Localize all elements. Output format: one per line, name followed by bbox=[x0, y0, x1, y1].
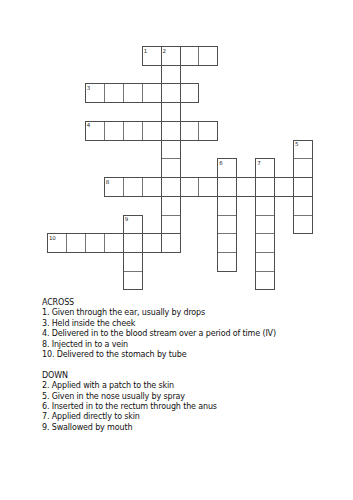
grid-cell[interactable] bbox=[217, 252, 237, 272]
grid-cell[interactable] bbox=[255, 252, 275, 272]
section-gap bbox=[42, 360, 342, 370]
crossword-grid: 12345678910 bbox=[0, 0, 353, 300]
grid-cell[interactable] bbox=[293, 140, 313, 160]
across-clues: 1. Given through the ear, usually by dro… bbox=[42, 308, 342, 360]
across-clue: 3. Held inside the cheek bbox=[42, 319, 342, 329]
grid-cell[interactable] bbox=[198, 46, 218, 66]
grid-cell[interactable] bbox=[198, 121, 218, 141]
grid-cell[interactable] bbox=[217, 177, 237, 197]
grid-cell[interactable] bbox=[217, 233, 237, 253]
grid-cell[interactable] bbox=[255, 271, 275, 291]
grid-cell[interactable] bbox=[142, 46, 162, 66]
grid-cell[interactable] bbox=[47, 233, 67, 253]
grid-cell[interactable] bbox=[123, 121, 143, 141]
grid-cell[interactable] bbox=[161, 83, 181, 103]
grid-cell[interactable] bbox=[293, 177, 313, 197]
down-clues: 2. Applied with a patch to the skin5. Gi… bbox=[42, 381, 342, 433]
grid-cell[interactable] bbox=[217, 196, 237, 216]
grid-cell[interactable] bbox=[236, 177, 256, 197]
across-clue: 10. Delivered to the stomach by tube bbox=[42, 350, 342, 360]
clue-list: ACROSS 1. Given through the ear, usually… bbox=[42, 298, 342, 433]
grid-cell[interactable] bbox=[85, 83, 105, 103]
grid-cell[interactable] bbox=[293, 215, 313, 235]
grid-cell[interactable] bbox=[123, 215, 143, 235]
down-clue: 5. Given in the nose usually by spray bbox=[42, 392, 342, 402]
grid-cell[interactable] bbox=[123, 271, 143, 291]
grid-cell[interactable] bbox=[161, 46, 181, 66]
grid-cell[interactable] bbox=[293, 158, 313, 178]
grid-cell[interactable] bbox=[161, 158, 181, 178]
grid-cell[interactable] bbox=[161, 215, 181, 235]
grid-cell[interactable] bbox=[142, 83, 162, 103]
grid-cell[interactable] bbox=[161, 177, 181, 197]
grid-cell[interactable] bbox=[255, 158, 275, 178]
grid-cell[interactable] bbox=[255, 196, 275, 216]
grid-cell[interactable] bbox=[180, 177, 200, 197]
down-clue: 2. Applied with a patch to the skin bbox=[42, 381, 342, 391]
grid-cell[interactable] bbox=[104, 83, 124, 103]
grid-cell[interactable] bbox=[142, 233, 162, 253]
grid-cell[interactable] bbox=[104, 177, 124, 197]
grid-cell[interactable] bbox=[161, 65, 181, 85]
grid-cell[interactable] bbox=[255, 233, 275, 253]
grid-cell[interactable] bbox=[123, 252, 143, 272]
grid-cell[interactable] bbox=[142, 177, 162, 197]
down-clue: 9. Swallowed by mouth bbox=[42, 423, 342, 433]
grid-cell[interactable] bbox=[85, 233, 105, 253]
grid-cell[interactable] bbox=[180, 46, 200, 66]
across-header: ACROSS bbox=[42, 298, 342, 308]
grid-cell[interactable] bbox=[293, 196, 313, 216]
grid-cell[interactable] bbox=[123, 83, 143, 103]
grid-cell[interactable] bbox=[104, 121, 124, 141]
across-clue: 4. Delivered in to the blood stream over… bbox=[42, 329, 342, 339]
grid-cell[interactable] bbox=[217, 215, 237, 235]
grid-cell[interactable] bbox=[217, 158, 237, 178]
down-clue: 7. Applied directly to skin bbox=[42, 412, 342, 422]
grid-cell[interactable] bbox=[142, 121, 162, 141]
grid-cell[interactable] bbox=[66, 233, 86, 253]
grid-cell[interactable] bbox=[123, 177, 143, 197]
grid-cell[interactable] bbox=[255, 177, 275, 197]
grid-cell[interactable] bbox=[161, 121, 181, 141]
grid-cell[interactable] bbox=[161, 102, 181, 122]
grid-cell[interactable] bbox=[180, 83, 200, 103]
grid-cell[interactable] bbox=[123, 233, 143, 253]
grid-cell[interactable] bbox=[274, 177, 294, 197]
grid-cell[interactable] bbox=[180, 121, 200, 141]
grid-cell[interactable] bbox=[255, 215, 275, 235]
grid-cell[interactable] bbox=[198, 177, 218, 197]
down-header: DOWN bbox=[42, 371, 342, 381]
grid-cell[interactable] bbox=[85, 121, 105, 141]
grid-cell[interactable] bbox=[104, 233, 124, 253]
across-clue: 1. Given through the ear, usually by dro… bbox=[42, 308, 342, 318]
down-clue: 6. Inserted in to the rectum through the… bbox=[42, 402, 342, 412]
grid-cell[interactable] bbox=[161, 196, 181, 216]
across-clue: 8. Injected in to a vein bbox=[42, 340, 342, 350]
grid-cell[interactable] bbox=[161, 233, 181, 253]
grid-cell[interactable] bbox=[161, 140, 181, 160]
